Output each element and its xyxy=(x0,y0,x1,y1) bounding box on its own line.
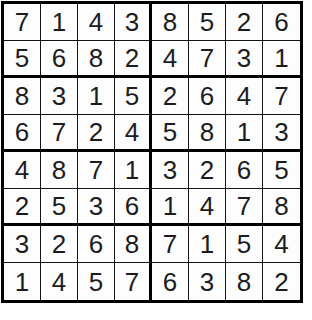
cell-r8c4[interactable]: 7 xyxy=(115,263,152,300)
cell-r6c8[interactable]: 8 xyxy=(263,189,300,226)
cell-r7c2[interactable]: 2 xyxy=(41,226,78,263)
cell-r4c6[interactable]: 8 xyxy=(189,115,226,152)
cell-r1c2[interactable]: 1 xyxy=(41,4,78,41)
cell-r8c3[interactable]: 5 xyxy=(78,263,115,300)
cell-r1c8[interactable]: 6 xyxy=(263,4,300,41)
cell-r3c3[interactable]: 1 xyxy=(78,78,115,115)
cell-r6c1[interactable]: 2 xyxy=(4,189,41,226)
cell-r7c5[interactable]: 7 xyxy=(152,226,189,263)
cell-r7c6[interactable]: 1 xyxy=(189,226,226,263)
sudoku-grid: 7143852656824731831526476724581348713265… xyxy=(1,1,303,303)
cell-r3c1[interactable]: 8 xyxy=(4,78,41,115)
cell-r8c5[interactable]: 6 xyxy=(152,263,189,300)
cell-r1c7[interactable]: 2 xyxy=(226,4,263,41)
cell-r2c8[interactable]: 1 xyxy=(263,41,300,78)
cell-r2c3[interactable]: 8 xyxy=(78,41,115,78)
cell-r4c5[interactable]: 5 xyxy=(152,115,189,152)
cell-r1c3[interactable]: 4 xyxy=(78,4,115,41)
cell-r5c3[interactable]: 7 xyxy=(78,152,115,189)
cell-r2c5[interactable]: 4 xyxy=(152,41,189,78)
cell-r2c1[interactable]: 5 xyxy=(4,41,41,78)
cell-r3c5[interactable]: 2 xyxy=(152,78,189,115)
cell-r2c2[interactable]: 6 xyxy=(41,41,78,78)
cell-r2c7[interactable]: 3 xyxy=(226,41,263,78)
cell-r8c7[interactable]: 8 xyxy=(226,263,263,300)
cell-r5c6[interactable]: 2 xyxy=(189,152,226,189)
cell-r6c4[interactable]: 6 xyxy=(115,189,152,226)
cell-r5c8[interactable]: 5 xyxy=(263,152,300,189)
cell-r8c1[interactable]: 1 xyxy=(4,263,41,300)
cell-r8c8[interactable]: 2 xyxy=(263,263,300,300)
sudoku-board-wrapper: 7143852656824731831526476724581348713265… xyxy=(0,0,304,304)
cell-r8c2[interactable]: 4 xyxy=(41,263,78,300)
cell-r2c6[interactable]: 7 xyxy=(189,41,226,78)
cell-r7c3[interactable]: 6 xyxy=(78,226,115,263)
cell-r6c5[interactable]: 1 xyxy=(152,189,189,226)
cell-r1c1[interactable]: 7 xyxy=(4,4,41,41)
cell-r7c1[interactable]: 3 xyxy=(4,226,41,263)
cell-r2c4[interactable]: 2 xyxy=(115,41,152,78)
cell-r7c4[interactable]: 8 xyxy=(115,226,152,263)
cell-r1c5[interactable]: 8 xyxy=(152,4,189,41)
cell-r6c3[interactable]: 3 xyxy=(78,189,115,226)
cell-r5c7[interactable]: 6 xyxy=(226,152,263,189)
cell-r3c8[interactable]: 7 xyxy=(263,78,300,115)
cell-r5c1[interactable]: 4 xyxy=(4,152,41,189)
cell-r1c6[interactable]: 5 xyxy=(189,4,226,41)
cell-r5c2[interactable]: 8 xyxy=(41,152,78,189)
cell-r3c7[interactable]: 4 xyxy=(226,78,263,115)
cell-r6c6[interactable]: 4 xyxy=(189,189,226,226)
cell-r7c7[interactable]: 5 xyxy=(226,226,263,263)
cell-r4c1[interactable]: 6 xyxy=(4,115,41,152)
cell-r4c4[interactable]: 4 xyxy=(115,115,152,152)
cell-r6c2[interactable]: 5 xyxy=(41,189,78,226)
cell-r7c8[interactable]: 4 xyxy=(263,226,300,263)
cell-r1c4[interactable]: 3 xyxy=(115,4,152,41)
cell-r3c4[interactable]: 5 xyxy=(115,78,152,115)
cell-r6c7[interactable]: 7 xyxy=(226,189,263,226)
cell-r8c6[interactable]: 3 xyxy=(189,263,226,300)
cell-r4c7[interactable]: 1 xyxy=(226,115,263,152)
cell-r3c6[interactable]: 6 xyxy=(189,78,226,115)
cell-r4c2[interactable]: 7 xyxy=(41,115,78,152)
cell-r4c8[interactable]: 3 xyxy=(263,115,300,152)
cell-r5c5[interactable]: 3 xyxy=(152,152,189,189)
cell-r5c4[interactable]: 1 xyxy=(115,152,152,189)
cell-r3c2[interactable]: 3 xyxy=(41,78,78,115)
cell-r4c3[interactable]: 2 xyxy=(78,115,115,152)
